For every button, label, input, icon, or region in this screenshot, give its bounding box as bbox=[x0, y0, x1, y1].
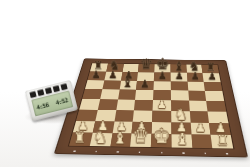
black-pawn: ♟ bbox=[140, 79, 150, 90]
square-c1: ♝ bbox=[110, 133, 132, 146]
square-e4: ♟ bbox=[153, 100, 171, 111]
black-pawn: ♟ bbox=[108, 70, 117, 80]
square-b1: ♞ bbox=[89, 133, 112, 146]
white-bishop: ♝ bbox=[113, 130, 128, 146]
square-d1: ♛ bbox=[130, 134, 151, 147]
square-h1: ♜ bbox=[211, 135, 233, 149]
clock-time-left: 4:56 bbox=[35, 100, 49, 110]
square-d4 bbox=[134, 100, 153, 111]
square-d5 bbox=[135, 90, 153, 100]
square-b4 bbox=[98, 99, 118, 110]
square-e1: ♚ bbox=[151, 134, 172, 147]
black-bishop: ♝ bbox=[122, 76, 134, 90]
sensor-led bbox=[95, 151, 97, 152]
square-g5 bbox=[188, 91, 207, 101]
square-g4 bbox=[189, 101, 208, 112]
clock-time-right: 4:52 bbox=[55, 96, 69, 106]
square-c4 bbox=[116, 99, 135, 110]
square-d6: ♟ bbox=[136, 81, 154, 90]
square-h7: ♟ bbox=[203, 73, 221, 82]
black-pawn: ♟ bbox=[158, 70, 167, 80]
white-rook: ♜ bbox=[73, 131, 85, 145]
white-queen: ♛ bbox=[132, 128, 149, 147]
square-e6 bbox=[153, 81, 170, 90]
sensor-led bbox=[204, 153, 206, 154]
chess-board: ♜♞♛♚♝♞♜♟♟♟♟♟♟♟♝♟♟♞♟♟♟♟♟♟♟♜♞♝♛♚♝♜ bbox=[54, 58, 248, 157]
white-pawn: ♟ bbox=[195, 122, 206, 134]
black-pawn: ♟ bbox=[207, 71, 216, 81]
black-pawn: ♟ bbox=[174, 70, 183, 80]
square-f5 bbox=[171, 90, 189, 100]
white-knight: ♞ bbox=[93, 129, 108, 145]
square-c5 bbox=[118, 90, 137, 100]
square-b7: ♟ bbox=[104, 72, 122, 81]
board-grid: ♜♞♛♚♝♞♜♟♟♟♟♟♟♟♝♟♟♞♟♟♟♟♟♟♟♜♞♝♛♚♝♜ bbox=[69, 63, 233, 148]
square-b6 bbox=[102, 80, 121, 89]
sensor-led bbox=[182, 152, 184, 153]
square-h4 bbox=[206, 101, 226, 112]
square-e3 bbox=[152, 111, 171, 123]
black-pawn: ♟ bbox=[191, 71, 200, 81]
product-photo-scene: ♜♞♛♚♝♞♜♟♟♟♟♟♟♟♝♟♟♞♟♟♟♟♟♟♟♜♞♝♛♚♝♜ 4:56 4:… bbox=[0, 0, 250, 167]
square-c6: ♝ bbox=[119, 80, 137, 89]
square-f1: ♝ bbox=[171, 134, 192, 147]
white-bishop: ♝ bbox=[174, 131, 189, 147]
square-e7: ♟ bbox=[154, 72, 171, 81]
black-pawn: ♟ bbox=[91, 69, 100, 79]
sensor-led bbox=[226, 153, 228, 154]
square-d8: ♛ bbox=[138, 64, 154, 72]
white-pawn: ♟ bbox=[157, 99, 167, 111]
square-g7: ♟ bbox=[187, 73, 204, 82]
white-king: ♚ bbox=[152, 127, 170, 147]
sensor-led-row bbox=[73, 150, 228, 154]
square-b5 bbox=[100, 89, 119, 99]
black-queen: ♛ bbox=[140, 57, 153, 72]
white-rook: ♜ bbox=[217, 134, 230, 148]
sensor-led bbox=[139, 151, 141, 152]
square-f6 bbox=[171, 81, 188, 90]
square-g2: ♟ bbox=[190, 122, 211, 135]
sensor-led bbox=[117, 151, 119, 152]
square-f7: ♟ bbox=[170, 72, 187, 81]
square-a7: ♟ bbox=[88, 71, 106, 80]
square-g1 bbox=[191, 135, 213, 149]
sensor-led bbox=[161, 152, 163, 153]
square-g6 bbox=[187, 81, 205, 91]
square-h6 bbox=[204, 82, 222, 92]
square-h5 bbox=[205, 91, 224, 101]
sensor-led bbox=[73, 150, 75, 151]
